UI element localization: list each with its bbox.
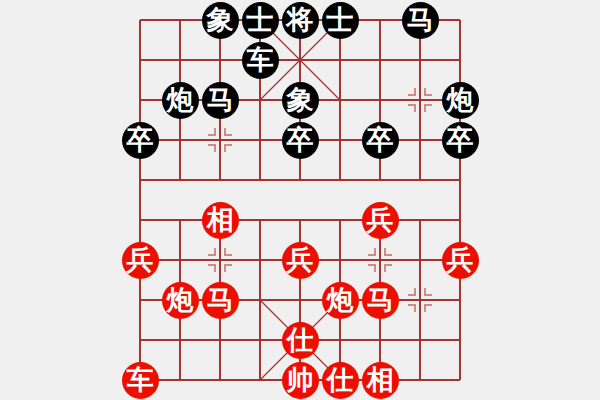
black-advisor[interactable]: 士	[242, 2, 279, 39]
black-soldier[interactable]: 卒	[442, 122, 479, 159]
black-soldier[interactable]: 卒	[362, 122, 399, 159]
red-elephant[interactable]: 相	[202, 202, 239, 239]
point-marker	[400, 80, 440, 120]
black-horse[interactable]: 马	[202, 82, 239, 119]
black-chariot[interactable]: 车	[242, 42, 279, 79]
point-marker	[200, 120, 240, 160]
red-general[interactable]: 帅	[282, 362, 319, 399]
red-cannon[interactable]: 炮	[322, 282, 359, 319]
black-soldier[interactable]: 卒	[122, 122, 159, 159]
black-soldier[interactable]: 卒	[282, 122, 319, 159]
point-marker	[200, 240, 240, 280]
black-horse[interactable]: 马	[402, 2, 439, 39]
black-elephant[interactable]: 象	[202, 2, 239, 39]
red-chariot[interactable]: 车	[122, 362, 159, 399]
xiangqi-board: 象士将士马车炮马象炮卒卒卒卒相兵兵兵兵炮马炮马仕车帅仕相	[0, 0, 600, 400]
red-cannon[interactable]: 炮	[162, 282, 199, 319]
board-grid: 象士将士马车炮马象炮卒卒卒卒相兵兵兵兵炮马炮马仕车帅仕相	[120, 0, 480, 400]
black-cannon[interactable]: 炮	[442, 82, 479, 119]
red-soldier[interactable]: 兵	[122, 242, 159, 279]
black-general[interactable]: 将	[282, 2, 319, 39]
black-elephant[interactable]: 象	[282, 82, 319, 119]
red-advisor[interactable]: 仕	[322, 362, 359, 399]
red-advisor[interactable]: 仕	[282, 322, 319, 359]
red-soldier[interactable]: 兵	[362, 202, 399, 239]
red-soldier[interactable]: 兵	[442, 242, 479, 279]
red-soldier[interactable]: 兵	[282, 242, 319, 279]
red-horse[interactable]: 马	[202, 282, 239, 319]
black-cannon[interactable]: 炮	[162, 82, 199, 119]
red-horse[interactable]: 马	[362, 282, 399, 319]
point-marker	[360, 240, 400, 280]
point-marker	[400, 280, 440, 320]
black-advisor[interactable]: 士	[322, 2, 359, 39]
red-elephant[interactable]: 相	[362, 362, 399, 399]
